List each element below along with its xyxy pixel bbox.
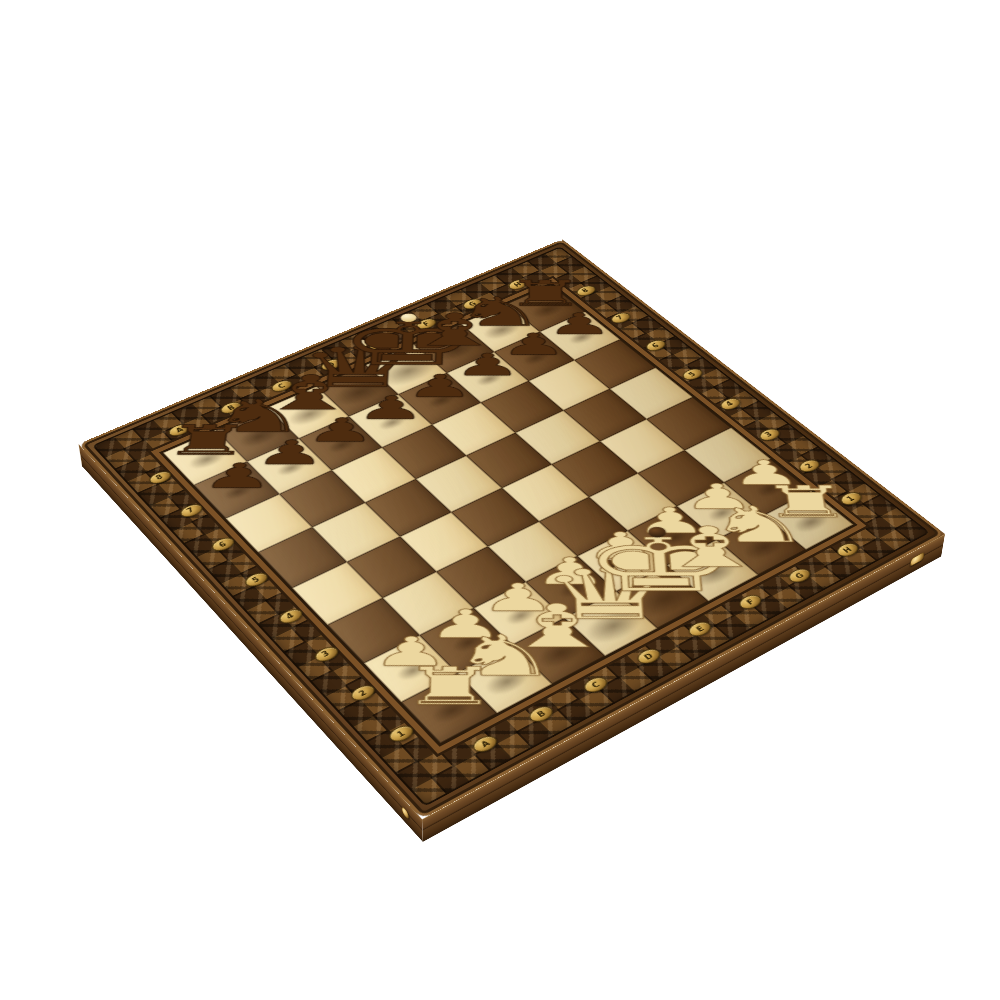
finial-d8 (354, 340, 369, 348)
dark-r-glyph: ♜ (160, 420, 254, 461)
dark-p-glyph: ♟ (200, 459, 276, 493)
scene: AA11BB22CC33DD44EE55FF66GG77HH88 ♜♞♝♛♚♝♞… (0, 0, 1000, 1000)
brass-latch (910, 551, 925, 567)
square-c3[interactable] (436, 546, 526, 608)
product-photo-stage: AA11BB22CC33DD44EE55FF66GG77HH88 ♜♞♝♛♚♝♞… (0, 0, 1000, 1000)
square-c4[interactable] (400, 512, 488, 572)
finial-e8 (401, 314, 417, 322)
square-b2[interactable] (419, 608, 512, 674)
finial-e1 (648, 527, 666, 538)
chess-board: AA11BB22CC33DD44EE55FF66GG77HH88 ♜♞♝♛♚♝♞… (79, 239, 945, 819)
brass-pin (401, 805, 408, 821)
square-c2[interactable] (473, 582, 565, 646)
